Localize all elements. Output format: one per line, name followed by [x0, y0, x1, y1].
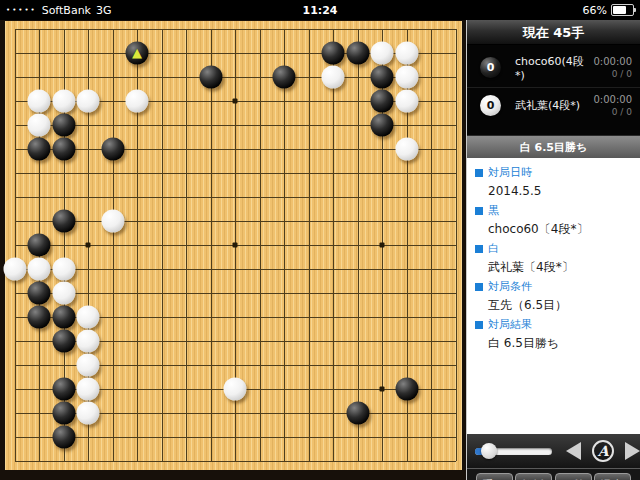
white-time-periods: 0 / 0 [612, 107, 632, 117]
star-point [233, 243, 238, 248]
player-row-white: 0 武礼葉(4段*) 0:00:00 0 / 0 [467, 87, 640, 123]
info-label-white: 白 [475, 239, 640, 258]
info-label-result: 対局結果 [475, 315, 640, 334]
analysis-button[interactable]: 形勢 [555, 473, 592, 480]
info-value-result: 白 6.5目勝ち [488, 334, 640, 353]
blue-square-bullet-icon [475, 245, 483, 253]
info-value-date: 2014.5.5 [488, 182, 640, 201]
leave-room-button[interactable]: 退室 [594, 473, 631, 480]
grid-line-horizontal [15, 293, 456, 294]
battery-icon [611, 4, 634, 16]
info-label-black: 黒 [475, 201, 640, 220]
white-stone [224, 378, 247, 401]
black-stone [371, 113, 394, 136]
blue-square-bullet-icon [475, 169, 483, 177]
game-info-panel: 対局日時 2014.5.5 黒 choco60〔4段*〕 白 武礼葉〔4段*〕 … [467, 158, 640, 434]
black-stone: ▲ [126, 41, 149, 64]
black-stone [28, 234, 51, 257]
black-time-main: 0:00:00 [593, 56, 632, 67]
white-stone [77, 402, 100, 425]
star-point [233, 98, 238, 103]
grid-line-vertical [431, 29, 432, 462]
white-stone [52, 258, 75, 281]
game-result-bar: 白 6.5目勝ち [467, 135, 640, 158]
white-stone [28, 113, 51, 136]
battery-nub [634, 8, 636, 12]
black-stone [101, 137, 124, 160]
move-slider[interactable] [475, 448, 552, 455]
star-point [380, 243, 385, 248]
move-slider-thumb[interactable] [481, 443, 497, 459]
black-time-periods: 0 / 0 [612, 69, 632, 79]
white-stone [395, 65, 418, 88]
white-stone [77, 89, 100, 112]
white-stone [3, 258, 26, 281]
star-point [86, 243, 91, 248]
black-stone [52, 402, 75, 425]
black-stone [346, 41, 369, 64]
black-stone [52, 113, 75, 136]
white-stone [371, 41, 394, 64]
blue-square-bullet-icon [475, 283, 483, 291]
grid-line-vertical [309, 29, 310, 462]
next-move-button[interactable] [625, 442, 640, 460]
black-stone [28, 282, 51, 305]
blue-square-bullet-icon [475, 207, 483, 215]
white-stone [395, 137, 418, 160]
info-label-conditions-text: 対局条件 [488, 279, 532, 294]
previous-move-button[interactable] [566, 442, 581, 460]
white-stone [77, 330, 100, 353]
bottom-menu-bar: 手順 検討 形勢 退室 [467, 468, 640, 480]
white-stone [52, 282, 75, 305]
white-time-main: 0:00:00 [593, 94, 632, 105]
black-captures-badge: 0 [480, 57, 501, 78]
black-stone [28, 306, 51, 329]
black-stone [199, 65, 222, 88]
white-stone [101, 209, 124, 232]
black-stone [28, 137, 51, 160]
grid-line-vertical [358, 29, 359, 462]
info-label-black-text: 黒 [488, 203, 499, 218]
white-stone [28, 258, 51, 281]
move-counter-header: 現在 45手 [467, 20, 640, 45]
player-row-black: 0 choco60(4段*) 0:00:00 0 / 0 [467, 50, 640, 85]
black-stone [371, 89, 394, 112]
game-info-sidebar: 現在 45手 0 choco60(4段*) 0:00:00 0 / 0 0 武礼… [466, 20, 640, 480]
white-stone [395, 41, 418, 64]
white-stone [126, 89, 149, 112]
players-panel: 0 choco60(4段*) 0:00:00 0 / 0 0 武礼葉(4段*) … [467, 45, 640, 135]
info-label-white-text: 白 [488, 241, 499, 256]
black-player-name: choco60(4段*) [515, 54, 593, 82]
status-bar: ••••• SoftBank 3G 11:24 66% [0, 0, 640, 20]
white-stone [395, 89, 418, 112]
grid-line-vertical [333, 29, 334, 462]
battery-fill [613, 6, 626, 14]
grid-line-vertical [456, 29, 457, 462]
info-value-conditions: 互先（6.5目） [488, 296, 640, 315]
white-stone [28, 89, 51, 112]
white-player-time: 0:00:00 0 / 0 [593, 94, 632, 118]
review-button[interactable]: 検討 [515, 473, 552, 480]
last-move-triangle-marker: ▲ [132, 46, 142, 59]
white-stone [52, 89, 75, 112]
info-label-conditions: 対局条件 [475, 277, 640, 296]
black-stone [346, 402, 369, 425]
grid-line-vertical [284, 29, 285, 462]
black-stone [52, 426, 75, 449]
grid-line-horizontal [15, 437, 456, 438]
white-stone [77, 378, 100, 401]
white-stone [77, 306, 100, 329]
white-player-name: 武礼葉(4段*) [515, 98, 593, 113]
black-stone [52, 330, 75, 353]
black-stone [273, 65, 296, 88]
info-value-black: choco60〔4段*〕 [488, 220, 640, 239]
grid-line-horizontal [15, 461, 456, 462]
white-stone [77, 354, 100, 377]
info-label-date: 対局日時 [475, 163, 640, 182]
grid-line-vertical [260, 29, 261, 462]
black-stone [52, 137, 75, 160]
white-stone [322, 65, 345, 88]
auto-play-button[interactable]: A [592, 440, 614, 462]
black-stone [371, 65, 394, 88]
white-captures-badge: 0 [480, 95, 501, 116]
go-board-area: ▲ [0, 20, 466, 480]
star-point [380, 387, 385, 392]
info-label-date-text: 対局日時 [488, 165, 532, 180]
app-screen: ••••• SoftBank 3G 11:24 66% ▲ 現在 45手 0 c… [0, 0, 640, 480]
black-stone [52, 306, 75, 329]
black-player-time: 0:00:00 0 / 0 [593, 56, 632, 80]
status-right: 66% [583, 0, 634, 20]
grid-line-horizontal [15, 269, 456, 270]
battery-percent-label: 66% [583, 4, 607, 17]
black-stone [52, 378, 75, 401]
replay-controls-bar: A [467, 434, 640, 468]
black-stone [395, 378, 418, 401]
blue-square-bullet-icon [475, 321, 483, 329]
clock-label: 11:24 [0, 4, 640, 17]
moves-button[interactable]: 手順 [476, 473, 513, 480]
black-stone [52, 209, 75, 232]
info-value-white: 武礼葉〔4段*〕 [488, 258, 640, 277]
info-label-result-text: 対局結果 [488, 317, 532, 332]
black-stone [322, 41, 345, 64]
goban-grid[interactable]: ▲ [15, 29, 456, 462]
